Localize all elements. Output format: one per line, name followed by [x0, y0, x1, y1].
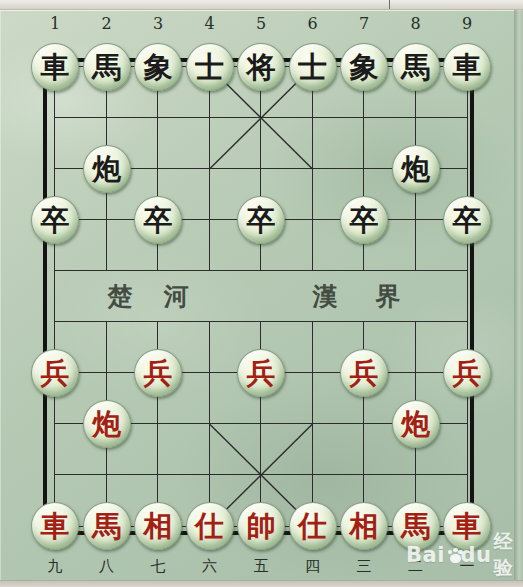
piece-black-車[interactable]: 車: [31, 43, 79, 91]
piece-red-兵[interactable]: 兵: [237, 349, 285, 397]
board-cell[interactable]: [416, 271, 468, 322]
bottom-file-label: 七: [151, 557, 166, 576]
piece-red-兵[interactable]: 兵: [443, 349, 491, 397]
piece-black-卒[interactable]: 卒: [340, 196, 388, 244]
board-cell[interactable]: [261, 424, 313, 475]
piece-black-車[interactable]: 車: [443, 43, 491, 91]
piece-black-卒[interactable]: 卒: [443, 196, 491, 244]
window-frame-divider: [389, 0, 390, 9]
piece-red-車[interactable]: 車: [443, 502, 491, 550]
piece-red-仕[interactable]: 仕: [186, 502, 234, 550]
piece-red-帥[interactable]: 帥: [237, 502, 285, 550]
top-file-label: 1: [50, 14, 60, 33]
board-cell[interactable]: [313, 424, 365, 475]
piece-black-卒[interactable]: 卒: [134, 196, 182, 244]
bottom-file-label: 三: [357, 557, 372, 576]
river-text-char: 楚: [108, 280, 133, 313]
bottom-file-label: 九: [48, 557, 63, 576]
piece-black-士[interactable]: 士: [289, 43, 337, 91]
board-cell[interactable]: [210, 271, 262, 322]
board-cell[interactable]: [158, 118, 210, 169]
piece-red-相[interactable]: 相: [340, 502, 388, 550]
bottom-file-label: 二: [408, 557, 423, 576]
top-file-label: 3: [153, 14, 163, 33]
piece-red-仕[interactable]: 仕: [289, 502, 337, 550]
top-file-label: 8: [410, 14, 420, 33]
board-cell[interactable]: [261, 271, 313, 322]
piece-red-兵[interactable]: 兵: [134, 349, 182, 397]
top-file-label: 9: [462, 14, 472, 33]
piece-red-馬[interactable]: 馬: [83, 502, 131, 550]
piece-red-馬[interactable]: 馬: [392, 502, 440, 550]
bottom-file-label: 一: [460, 557, 475, 576]
piece-black-馬[interactable]: 馬: [83, 43, 131, 91]
river-text-char: 河: [164, 280, 189, 313]
xiangqi-app-window: 楚河漢界 123456789九八七六五四三二一 車馬象士将士象馬車炮炮卒卒卒卒卒…: [0, 0, 523, 587]
piece-black-士[interactable]: 士: [186, 43, 234, 91]
piece-black-馬[interactable]: 馬: [392, 43, 440, 91]
top-file-label: 6: [307, 14, 317, 33]
piece-black-象[interactable]: 象: [340, 43, 388, 91]
piece-black-将[interactable]: 将: [237, 43, 285, 91]
board-cell[interactable]: [210, 424, 262, 475]
board-cell[interactable]: [313, 118, 365, 169]
piece-red-兵[interactable]: 兵: [31, 349, 79, 397]
piece-black-炮[interactable]: 炮: [83, 145, 131, 193]
bottom-file-label: 六: [202, 557, 217, 576]
river-text-char: 界: [376, 280, 401, 313]
piece-black-卒[interactable]: 卒: [237, 196, 285, 244]
board-cell[interactable]: [210, 118, 262, 169]
window-bottom-frame: [0, 580, 523, 587]
bottom-file-label: 五: [254, 557, 269, 576]
bottom-file-label: 四: [305, 557, 320, 576]
piece-black-象[interactable]: 象: [134, 43, 182, 91]
piece-red-炮[interactable]: 炮: [83, 400, 131, 448]
panel-right-bevel: [514, 10, 523, 581]
piece-red-相[interactable]: 相: [134, 502, 182, 550]
river-text-char: 漢: [313, 280, 338, 313]
board-cell[interactable]: [158, 424, 210, 475]
top-file-label: 5: [256, 14, 266, 33]
top-file-label: 7: [359, 14, 369, 33]
bottom-file-label: 八: [99, 557, 114, 576]
board-cell[interactable]: [55, 271, 107, 322]
window-top-frame: [0, 0, 523, 10]
piece-red-兵[interactable]: 兵: [340, 349, 388, 397]
piece-red-炮[interactable]: 炮: [392, 400, 440, 448]
piece-black-卒[interactable]: 卒: [31, 196, 79, 244]
top-file-label: 2: [101, 14, 111, 33]
board-cell[interactable]: [261, 118, 313, 169]
piece-black-炮[interactable]: 炮: [392, 145, 440, 193]
piece-red-車[interactable]: 車: [31, 502, 79, 550]
top-file-label: 4: [204, 14, 214, 33]
